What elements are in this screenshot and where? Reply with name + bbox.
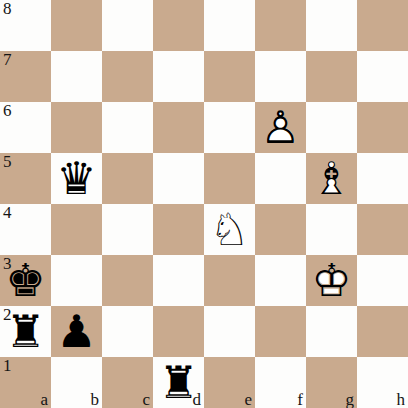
file-label-g: g (346, 391, 355, 408)
square-a4[interactable]: 4 (0, 204, 51, 255)
square-a5[interactable]: 5 (0, 153, 51, 204)
square-h7[interactable] (357, 51, 408, 102)
square-f2[interactable] (255, 306, 306, 357)
square-d3[interactable] (153, 255, 204, 306)
square-g4[interactable] (306, 204, 357, 255)
square-f1[interactable]: f (255, 357, 306, 408)
square-h8[interactable] (357, 0, 408, 51)
square-e2[interactable] (204, 306, 255, 357)
file-label-h: h (397, 391, 406, 408)
white-knight: ♞♘ (204, 204, 255, 255)
square-d1[interactable]: d♜ (153, 357, 204, 408)
rank-label-1: 1 (3, 356, 12, 375)
file-label-c: c (142, 391, 150, 408)
file-label-b: b (91, 391, 100, 408)
black-pawn: ♟ (51, 306, 102, 357)
black-king: ♚ (0, 255, 51, 306)
white-king: ♚♔ (306, 255, 357, 306)
square-a3[interactable]: 3♚ (0, 255, 51, 306)
square-h1[interactable]: h (357, 357, 408, 408)
square-b8[interactable] (51, 0, 102, 51)
square-a6[interactable]: 6 (0, 102, 51, 153)
square-g8[interactable] (306, 0, 357, 51)
square-g2[interactable] (306, 306, 357, 357)
square-b6[interactable] (51, 102, 102, 153)
square-g5[interactable]: ♝♗ (306, 153, 357, 204)
square-e5[interactable] (204, 153, 255, 204)
file-label-a: a (40, 391, 48, 408)
black-rook: ♜ (153, 357, 204, 408)
rank-label-4: 4 (3, 203, 12, 222)
square-f4[interactable] (255, 204, 306, 255)
square-e8[interactable] (204, 0, 255, 51)
chess-board: 876♟♙5♛♝♗4♞♘3♚♚♔2♜♟1abcd♜efgh (0, 0, 408, 408)
square-c3[interactable] (102, 255, 153, 306)
square-e7[interactable] (204, 51, 255, 102)
square-a8[interactable]: 8 (0, 0, 51, 51)
square-b1[interactable]: b (51, 357, 102, 408)
square-d7[interactable] (153, 51, 204, 102)
square-g6[interactable] (306, 102, 357, 153)
square-c1[interactable]: c (102, 357, 153, 408)
chess-board-diagram: 876♟♙5♛♝♗4♞♘3♚♚♔2♜♟1abcd♜efgh (0, 0, 408, 408)
square-b3[interactable] (51, 255, 102, 306)
square-h3[interactable] (357, 255, 408, 306)
square-h5[interactable] (357, 153, 408, 204)
square-b5[interactable]: ♛ (51, 153, 102, 204)
square-e6[interactable] (204, 102, 255, 153)
square-h4[interactable] (357, 204, 408, 255)
file-label-e: e (244, 391, 252, 408)
square-f5[interactable] (255, 153, 306, 204)
square-b2[interactable]: ♟ (51, 306, 102, 357)
square-h6[interactable] (357, 102, 408, 153)
rank-label-7: 7 (3, 50, 12, 69)
square-g7[interactable] (306, 51, 357, 102)
square-f3[interactable] (255, 255, 306, 306)
square-d5[interactable] (153, 153, 204, 204)
square-c8[interactable] (102, 0, 153, 51)
square-f7[interactable] (255, 51, 306, 102)
square-g3[interactable]: ♚♔ (306, 255, 357, 306)
square-a7[interactable]: 7 (0, 51, 51, 102)
square-f8[interactable] (255, 0, 306, 51)
white-pawn: ♟♙ (255, 102, 306, 153)
square-c6[interactable] (102, 102, 153, 153)
square-c2[interactable] (102, 306, 153, 357)
white-bishop: ♝♗ (306, 153, 357, 204)
rank-label-5: 5 (3, 152, 12, 171)
square-c4[interactable] (102, 204, 153, 255)
square-h2[interactable] (357, 306, 408, 357)
black-rook: ♜ (0, 306, 51, 357)
square-c7[interactable] (102, 51, 153, 102)
square-d6[interactable] (153, 102, 204, 153)
square-c5[interactable] (102, 153, 153, 204)
square-f6[interactable]: ♟♙ (255, 102, 306, 153)
square-e1[interactable]: e (204, 357, 255, 408)
square-a2[interactable]: 2♜ (0, 306, 51, 357)
square-e3[interactable] (204, 255, 255, 306)
square-d2[interactable] (153, 306, 204, 357)
square-b7[interactable] (51, 51, 102, 102)
square-b4[interactable] (51, 204, 102, 255)
file-label-f: f (297, 391, 303, 408)
rank-label-6: 6 (3, 101, 12, 120)
rank-label-8: 8 (3, 0, 12, 18)
square-e4[interactable]: ♞♘ (204, 204, 255, 255)
square-d4[interactable] (153, 204, 204, 255)
square-g1[interactable]: g (306, 357, 357, 408)
square-d8[interactable] (153, 0, 204, 51)
black-queen: ♛ (51, 153, 102, 204)
square-a1[interactable]: 1a (0, 357, 51, 408)
